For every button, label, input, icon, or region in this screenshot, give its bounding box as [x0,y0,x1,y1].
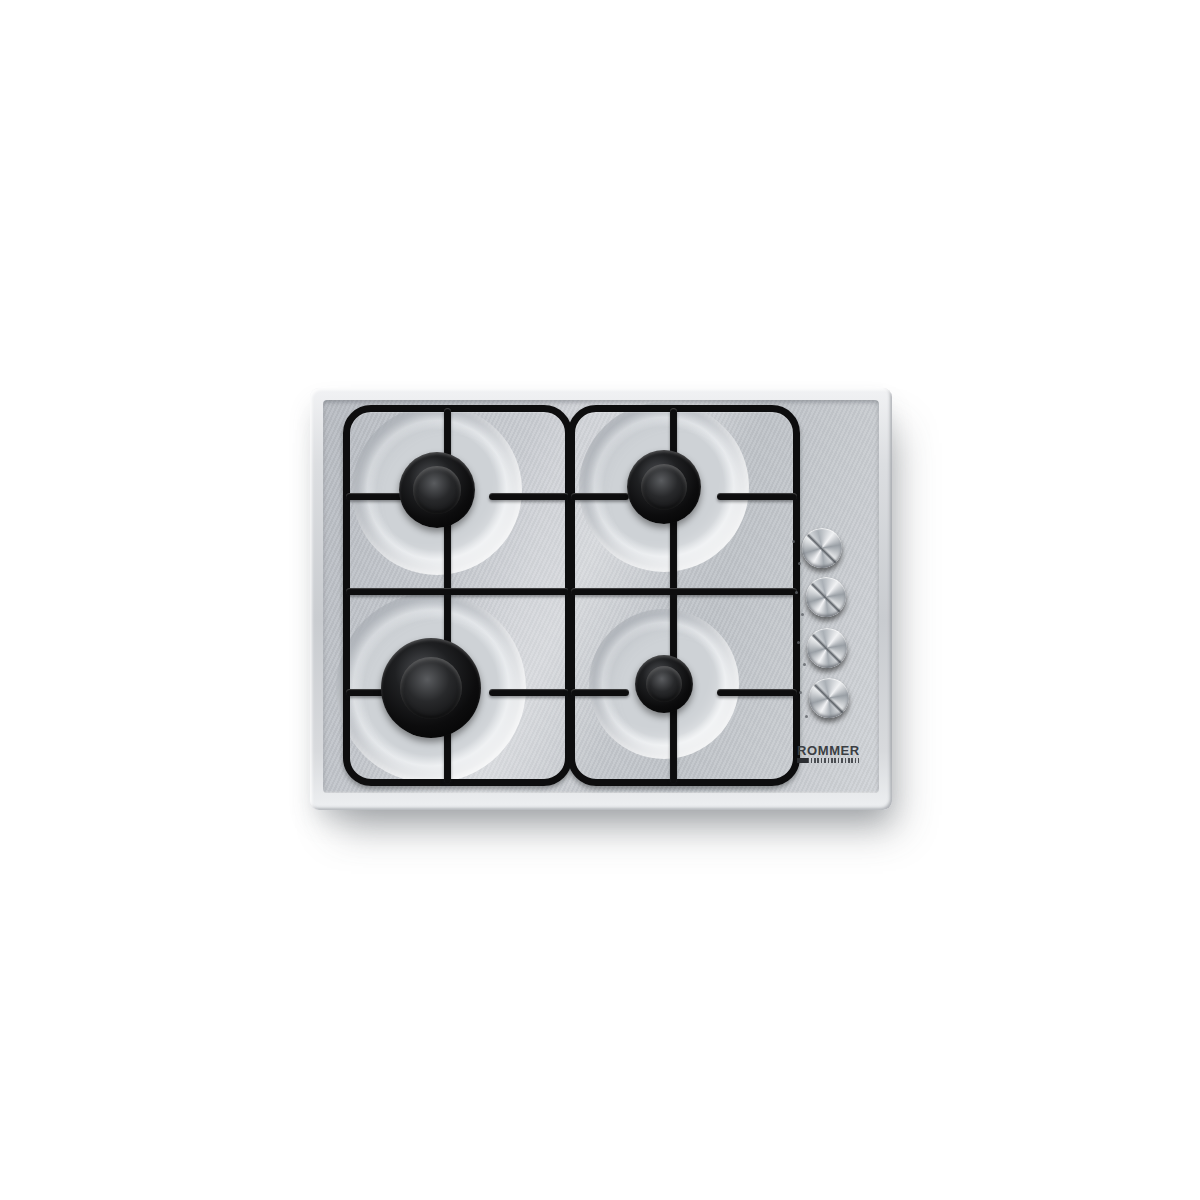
brand-logo: ROMMER [797,744,883,763]
brand-name: ROMMER [797,744,883,757]
burner-cap-bottom-right [635,655,693,713]
brand-logo-subtext-stripe [797,758,859,763]
ignition-glint [665,686,670,691]
control-knob-3 [807,628,847,668]
gas-hob: ROMMER [310,388,892,810]
grate-bar [717,689,797,696]
product-photo-canvas: ROMMER [0,0,1200,1200]
burner-cap-top-right [627,450,701,524]
control-knob-4 [809,678,849,718]
grate-bar [346,493,404,500]
indicator-dot [798,562,801,565]
grate-bar [571,588,797,595]
indicator-dot [799,691,802,694]
control-knob-1 [802,528,842,568]
grate-bar [489,689,569,696]
grate-bar [571,689,629,696]
indicator-dot [803,663,806,666]
indicator-dot [792,540,795,543]
indicator-dot [797,641,800,644]
grate-bar [717,493,797,500]
control-knob-2 [806,577,846,617]
indicator-dot [805,715,808,718]
indicator-dot [801,613,804,616]
burner-cap-top-left [399,452,475,528]
burner-cap-bottom-left [381,638,481,738]
grate-bar [489,493,569,500]
indicator-dot [795,591,798,594]
grate-bar [571,493,629,500]
grate-bar [346,588,569,595]
